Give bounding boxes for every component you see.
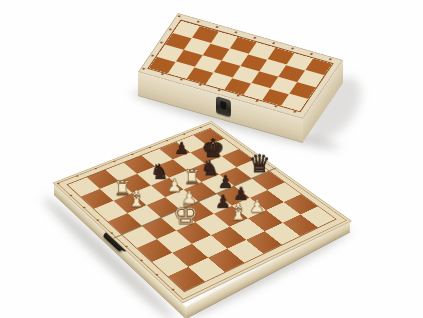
piece-white-bishop-e3[interactable]: ♝ (226, 201, 250, 224)
piece-black-queen-h5[interactable]: ♛ (248, 152, 271, 177)
piece-white-king-c4[interactable]: ♚ (173, 199, 197, 228)
chess-set-scene: ♟♜♞♚♝♟♜♞♟♟♛♚♟♟♝♟ (0, 0, 423, 318)
piece-black-pawn-f8[interactable]: ♟ (170, 141, 192, 157)
chess-board: ♟♜♞♚♝♟♜♞♟♟♛♚♟♟♝♟ (54, 122, 350, 303)
piece-white-bishop-b6[interactable]: ♝ (125, 188, 149, 211)
